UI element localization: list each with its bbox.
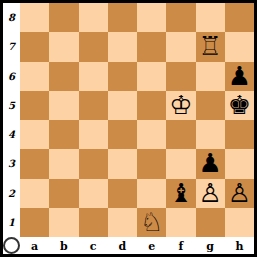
rank-label-1: 1 <box>3 208 20 237</box>
square-g5[interactable] <box>196 91 225 120</box>
square-h2[interactable]: ♙ <box>225 179 254 208</box>
square-g8[interactable] <box>196 3 225 32</box>
square-c8[interactable] <box>79 3 108 32</box>
square-g6[interactable] <box>196 62 225 91</box>
square-b1[interactable] <box>49 208 78 237</box>
square-b5[interactable] <box>49 91 78 120</box>
square-e3[interactable] <box>137 149 166 178</box>
square-a8[interactable] <box>20 3 49 32</box>
square-e1[interactable]: ♘ <box>137 208 166 237</box>
square-h1[interactable] <box>225 208 254 237</box>
to-move-indicator-cell <box>3 237 20 254</box>
white-to-move-indicator <box>3 237 20 254</box>
square-f7[interactable] <box>166 32 195 61</box>
square-h4[interactable] <box>225 120 254 149</box>
square-d2[interactable] <box>108 179 137 208</box>
square-d8[interactable] <box>108 3 137 32</box>
square-c7[interactable] <box>79 32 108 61</box>
square-g7[interactable]: ♖ <box>196 32 225 61</box>
rank-label-7: 7 <box>3 32 20 61</box>
rank-label-8: 8 <box>3 3 20 32</box>
white-knight[interactable]: ♘ <box>140 208 163 237</box>
rank-label-4: 4 <box>3 120 20 149</box>
white-pawn[interactable]: ♙ <box>198 179 221 208</box>
square-g1[interactable] <box>196 208 225 237</box>
square-f1[interactable] <box>166 208 195 237</box>
square-d1[interactable] <box>108 208 137 237</box>
file-label-c: c <box>79 237 108 254</box>
square-h8[interactable] <box>225 3 254 32</box>
square-a3[interactable] <box>20 149 49 178</box>
square-e6[interactable] <box>137 62 166 91</box>
square-f3[interactable] <box>166 149 195 178</box>
file-label-h: h <box>225 237 254 254</box>
rank-label-6: 6 <box>3 62 20 91</box>
white-rook[interactable]: ♖ <box>198 32 221 61</box>
square-b3[interactable] <box>49 149 78 178</box>
square-e4[interactable] <box>137 120 166 149</box>
file-label-g: g <box>196 237 225 254</box>
white-king[interactable]: ♔ <box>169 91 192 120</box>
square-d3[interactable] <box>108 149 137 178</box>
square-e5[interactable] <box>137 91 166 120</box>
file-label-a: a <box>20 237 49 254</box>
square-c5[interactable] <box>79 91 108 120</box>
square-a6[interactable] <box>20 62 49 91</box>
square-c4[interactable] <box>79 120 108 149</box>
square-d5[interactable] <box>108 91 137 120</box>
square-f6[interactable] <box>166 62 195 91</box>
square-g2[interactable]: ♙ <box>196 179 225 208</box>
square-h7[interactable] <box>225 32 254 61</box>
square-c2[interactable] <box>79 179 108 208</box>
square-h6[interactable]: ♟ <box>225 62 254 91</box>
square-c1[interactable] <box>79 208 108 237</box>
square-g4[interactable] <box>196 120 225 149</box>
file-label-e: e <box>137 237 166 254</box>
file-label-f: f <box>166 237 195 254</box>
square-f2[interactable]: ♝ <box>166 179 195 208</box>
black-pawn[interactable]: ♟ <box>228 62 251 91</box>
square-d6[interactable] <box>108 62 137 91</box>
square-c6[interactable] <box>79 62 108 91</box>
square-h5[interactable]: ♚ <box>225 91 254 120</box>
chess-board: 87♖6♟5♔♚43♟2♝♙♙1♘abcdefgh <box>3 3 254 254</box>
square-f8[interactable] <box>166 3 195 32</box>
chess-diagram: 87♖6♟5♔♚43♟2♝♙♙1♘abcdefgh <box>0 0 257 257</box>
square-h3[interactable] <box>225 149 254 178</box>
file-label-b: b <box>49 237 78 254</box>
square-a2[interactable] <box>20 179 49 208</box>
square-g3[interactable]: ♟ <box>196 149 225 178</box>
square-b7[interactable] <box>49 32 78 61</box>
rank-label-3: 3 <box>3 149 20 178</box>
square-b4[interactable] <box>49 120 78 149</box>
square-f4[interactable] <box>166 120 195 149</box>
square-f5[interactable]: ♔ <box>166 91 195 120</box>
square-c3[interactable] <box>79 149 108 178</box>
square-a1[interactable] <box>20 208 49 237</box>
black-bishop[interactable]: ♝ <box>169 179 192 208</box>
square-b2[interactable] <box>49 179 78 208</box>
white-pawn[interactable]: ♙ <box>228 179 251 208</box>
black-king[interactable]: ♚ <box>228 91 251 120</box>
square-e7[interactable] <box>137 32 166 61</box>
rank-label-2: 2 <box>3 179 20 208</box>
square-a4[interactable] <box>20 120 49 149</box>
rank-label-5: 5 <box>3 91 20 120</box>
square-a7[interactable] <box>20 32 49 61</box>
black-pawn[interactable]: ♟ <box>198 149 221 178</box>
square-a5[interactable] <box>20 91 49 120</box>
square-d4[interactable] <box>108 120 137 149</box>
square-e8[interactable] <box>137 3 166 32</box>
square-b8[interactable] <box>49 3 78 32</box>
square-d7[interactable] <box>108 32 137 61</box>
file-label-d: d <box>108 237 137 254</box>
square-e2[interactable] <box>137 179 166 208</box>
square-b6[interactable] <box>49 62 78 91</box>
